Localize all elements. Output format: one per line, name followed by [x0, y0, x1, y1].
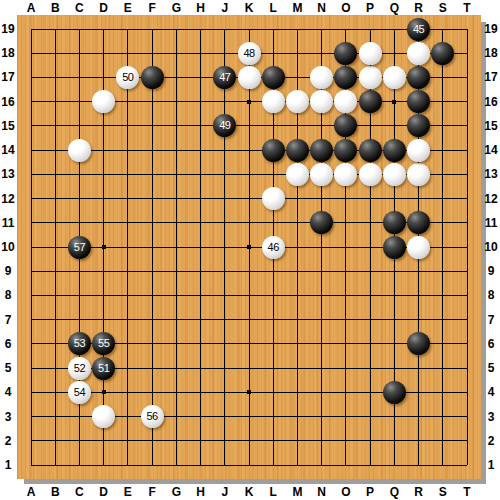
column-label-bottom-C: C [75, 485, 84, 499]
stone-black-D6[interactable]: 55 [92, 332, 115, 355]
stone-black-Q11[interactable] [383, 211, 406, 234]
row-label-left-15: 15 [1, 119, 14, 133]
column-label-bottom-S: S [439, 485, 447, 499]
stone-white-R14[interactable] [407, 139, 430, 162]
column-label-top-E: E [124, 1, 132, 15]
row-label-right-3: 3 [488, 410, 495, 424]
row-label-left-10: 10 [1, 240, 14, 254]
move-number-label: 48 [243, 48, 254, 59]
column-label-bottom-Q: Q [390, 485, 399, 499]
row-label-left-18: 18 [1, 46, 14, 60]
column-label-top-R: R [414, 1, 423, 15]
stone-black-R17[interactable] [407, 66, 430, 89]
stone-white-D16[interactable] [92, 90, 115, 113]
stone-black-Q10[interactable] [383, 236, 406, 259]
row-label-left-12: 12 [1, 192, 14, 206]
stone-black-N14[interactable] [310, 139, 333, 162]
column-label-top-O: O [341, 1, 350, 15]
stone-black-C10[interactable]: 57 [68, 236, 91, 259]
star-point-D10 [102, 245, 106, 249]
stone-white-P13[interactable] [359, 163, 382, 186]
row-label-right-1: 1 [488, 458, 495, 472]
stone-black-Q14[interactable] [383, 139, 406, 162]
grid-line-horizontal [31, 271, 467, 272]
row-label-right-4: 4 [488, 385, 495, 399]
column-label-top-J: J [221, 1, 228, 15]
stone-white-R13[interactable] [407, 163, 430, 186]
stone-black-R6[interactable] [407, 332, 430, 355]
row-label-left-13: 13 [1, 167, 14, 181]
column-label-top-H: H [196, 1, 205, 15]
column-label-bottom-F: F [148, 485, 155, 499]
stone-black-O15[interactable] [334, 114, 357, 137]
star-point-D4 [102, 390, 106, 394]
row-label-left-3: 3 [5, 410, 12, 424]
column-label-top-S: S [439, 1, 447, 15]
stone-white-R18[interactable] [407, 42, 430, 65]
stone-white-K18[interactable]: 48 [238, 42, 261, 65]
row-label-left-11: 11 [2, 216, 15, 230]
column-label-bottom-M: M [292, 485, 302, 499]
column-label-bottom-A: A [27, 485, 36, 499]
grid-line-vertical [467, 29, 468, 465]
row-label-left-9: 9 [5, 264, 12, 278]
move-number-label: 53 [74, 338, 85, 349]
row-label-left-1: 1 [5, 458, 12, 472]
row-label-right-17: 17 [484, 70, 497, 84]
stone-white-L10[interactable]: 46 [262, 236, 285, 259]
column-label-bottom-R: R [414, 485, 423, 499]
stone-white-R10[interactable] [407, 236, 430, 259]
stone-white-N17[interactable] [310, 66, 333, 89]
stone-white-C4[interactable]: 54 [68, 381, 91, 404]
stone-black-N11[interactable] [310, 211, 333, 234]
grid-line-horizontal [31, 295, 467, 296]
column-label-top-C: C [75, 1, 84, 15]
stone-black-O17[interactable] [334, 66, 357, 89]
row-label-right-7: 7 [488, 313, 495, 327]
stone-black-P14[interactable] [359, 139, 382, 162]
star-point-Q16 [392, 100, 396, 104]
column-label-bottom-O: O [341, 485, 350, 499]
stone-white-D3[interactable] [92, 405, 115, 428]
column-label-bottom-G: G [172, 485, 181, 499]
row-label-left-4: 4 [5, 385, 12, 399]
grid-line-horizontal [31, 319, 467, 320]
stone-black-L14[interactable] [262, 139, 285, 162]
stone-white-O16[interactable] [334, 90, 357, 113]
move-number-label: 45 [413, 24, 424, 35]
move-number-label: 47 [219, 72, 230, 83]
column-label-bottom-H: H [196, 485, 205, 499]
stone-white-Q13[interactable] [383, 163, 406, 186]
row-label-left-17: 17 [1, 70, 14, 84]
stone-black-Q4[interactable] [383, 381, 406, 404]
column-label-top-B: B [51, 1, 60, 15]
column-label-bottom-K: K [245, 485, 254, 499]
row-label-right-9: 9 [488, 264, 495, 278]
stone-black-M14[interactable] [286, 139, 309, 162]
stone-white-N13[interactable] [310, 163, 333, 186]
stone-white-P18[interactable] [359, 42, 382, 65]
star-point-K4 [247, 390, 251, 394]
row-label-right-15: 15 [484, 119, 497, 133]
column-label-bottom-B: B [51, 485, 60, 499]
row-label-right-14: 14 [484, 143, 497, 157]
stone-black-O18[interactable] [334, 42, 357, 65]
column-label-top-M: M [292, 1, 302, 15]
column-label-top-Q: Q [390, 1, 399, 15]
stone-black-R19[interactable]: 45 [407, 18, 430, 41]
stone-black-P16[interactable] [359, 90, 382, 113]
stone-white-O13[interactable] [334, 163, 357, 186]
stone-black-R11[interactable] [407, 211, 430, 234]
row-label-left-16: 16 [1, 95, 14, 109]
stone-black-L17[interactable] [262, 66, 285, 89]
grid-line-vertical [442, 29, 443, 465]
column-label-bottom-D: D [99, 485, 108, 499]
row-label-right-11: 11 [485, 216, 498, 230]
row-label-right-13: 13 [484, 167, 497, 181]
column-label-top-A: A [27, 1, 36, 15]
stone-white-M16[interactable] [286, 90, 309, 113]
row-label-left-6: 6 [5, 337, 12, 351]
column-label-bottom-N: N [317, 485, 326, 499]
move-number-label: 57 [74, 242, 85, 253]
stone-white-C5[interactable]: 52 [68, 357, 91, 380]
column-label-bottom-J: J [221, 485, 228, 499]
stone-black-J15[interactable]: 49 [213, 114, 236, 137]
column-label-top-D: D [99, 1, 108, 15]
move-number-label: 46 [268, 242, 279, 253]
row-label-right-2: 2 [488, 434, 495, 448]
row-label-left-7: 7 [5, 313, 12, 327]
row-label-right-10: 10 [484, 240, 497, 254]
move-number-label: 49 [219, 120, 230, 131]
star-point-K16 [247, 100, 251, 104]
column-label-top-N: N [317, 1, 326, 15]
star-point-K10 [247, 245, 251, 249]
stone-white-C14[interactable] [68, 139, 91, 162]
grid-line-horizontal [31, 440, 467, 441]
row-label-right-8: 8 [488, 288, 495, 302]
stone-white-L12[interactable] [262, 187, 285, 210]
column-label-bottom-E: E [124, 485, 132, 499]
stone-black-O14[interactable] [334, 139, 357, 162]
column-label-bottom-L: L [270, 485, 277, 499]
column-label-top-T: T [463, 1, 470, 15]
row-label-right-16: 16 [484, 95, 497, 109]
row-label-right-6: 6 [488, 337, 495, 351]
stone-white-M13[interactable] [286, 163, 309, 186]
row-label-left-19: 19 [1, 22, 14, 36]
move-number-label: 51 [98, 363, 109, 374]
move-number-label: 52 [74, 363, 85, 374]
stone-white-N16[interactable] [310, 90, 333, 113]
stone-black-S18[interactable] [431, 42, 454, 65]
column-label-bottom-P: P [366, 485, 374, 499]
column-label-top-G: G [172, 1, 181, 15]
column-label-top-L: L [270, 1, 277, 15]
move-number-label: 54 [74, 387, 85, 398]
row-label-left-5: 5 [5, 361, 12, 375]
column-label-top-K: K [245, 1, 254, 15]
row-label-left-8: 8 [5, 288, 12, 302]
row-label-left-2: 2 [5, 434, 12, 448]
stone-black-J17[interactable]: 47 [213, 66, 236, 89]
stone-white-F3[interactable]: 56 [141, 405, 164, 428]
stone-black-F17[interactable] [141, 66, 164, 89]
go-board[interactable]: 45474951535557464850525456 [17, 15, 481, 479]
row-label-right-5: 5 [488, 361, 495, 375]
stone-black-C6[interactable]: 53 [68, 332, 91, 355]
row-label-right-19: 19 [484, 22, 497, 36]
stone-white-E17[interactable]: 50 [116, 66, 139, 89]
stone-white-K17[interactable] [238, 66, 261, 89]
row-label-right-12: 12 [484, 192, 497, 206]
stone-white-L16[interactable] [262, 90, 285, 113]
column-label-top-P: P [366, 1, 374, 15]
go-game-screen: 45474951535557464850525456 AABBCCDDEEFFG… [0, 0, 500, 500]
row-label-right-18: 18 [484, 46, 497, 60]
stone-black-D5[interactable]: 51 [92, 357, 115, 380]
stone-black-R15[interactable] [407, 114, 430, 137]
move-number-label: 56 [146, 411, 157, 422]
column-label-bottom-T: T [463, 485, 470, 499]
stone-black-R16[interactable] [407, 90, 430, 113]
move-number-label: 55 [98, 338, 109, 349]
stone-white-P17[interactable] [359, 66, 382, 89]
column-label-top-F: F [148, 1, 155, 15]
move-number-label: 50 [122, 72, 133, 83]
grid-line-horizontal [31, 465, 467, 466]
stone-white-Q17[interactable] [383, 66, 406, 89]
row-label-left-14: 14 [1, 143, 14, 157]
